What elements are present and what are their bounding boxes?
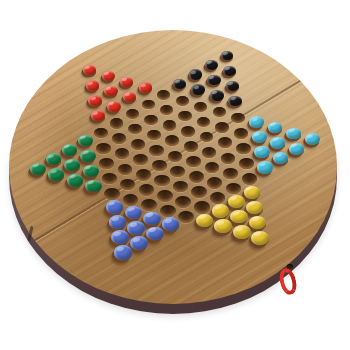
hole[interactable] — [210, 192, 226, 204]
hole[interactable] — [160, 205, 176, 217]
peg-glint-icon — [64, 145, 70, 150]
peg-red[interactable] — [139, 82, 153, 92]
hole[interactable] — [154, 175, 169, 187]
hole[interactable] — [170, 166, 185, 177]
peg-glint-icon — [236, 226, 244, 231]
peg-glint-icon — [109, 201, 116, 206]
peg-green[interactable] — [48, 168, 64, 180]
hole[interactable] — [207, 177, 222, 189]
peg-glint-icon — [233, 211, 240, 216]
cord-ring-icon — [277, 266, 299, 296]
hole[interactable] — [168, 151, 183, 162]
peg-red[interactable] — [107, 101, 121, 112]
peg-cyan[interactable] — [249, 116, 264, 127]
peg-yellow[interactable] — [212, 204, 229, 217]
hole[interactable] — [176, 96, 189, 106]
hole[interactable] — [239, 158, 254, 169]
peg-cyan[interactable] — [289, 143, 304, 155]
hole[interactable] — [139, 184, 154, 196]
peg-glint-icon — [209, 76, 215, 80]
hole[interactable] — [157, 90, 170, 100]
hole[interactable] — [142, 100, 155, 110]
hole[interactable] — [178, 211, 194, 223]
hole[interactable] — [165, 135, 179, 146]
hole[interactable] — [175, 196, 191, 208]
hole[interactable] — [102, 173, 117, 184]
hole[interactable] — [226, 183, 241, 195]
peg-glint-icon — [32, 163, 39, 168]
peg-black[interactable] — [207, 75, 220, 85]
peg-glint-icon — [111, 216, 118, 221]
peg-glint-icon — [93, 111, 99, 115]
peg-glint-icon — [164, 218, 171, 223]
hole[interactable] — [163, 120, 177, 130]
hole[interactable] — [133, 154, 148, 165]
peg-yellow[interactable] — [251, 231, 269, 245]
peg-yellow[interactable] — [246, 201, 263, 214]
chinese-checkers-scene — [0, 0, 350, 350]
peg-glint-icon — [230, 96, 236, 100]
peg-glint-icon — [117, 246, 125, 252]
peg-green[interactable] — [30, 163, 46, 175]
peg-glint-icon — [228, 81, 234, 85]
peg-black[interactable] — [210, 90, 224, 101]
peg-blue[interactable] — [127, 221, 145, 235]
peg-glint-icon — [257, 147, 264, 152]
peg-glint-icon — [85, 165, 92, 170]
hole[interactable] — [110, 118, 124, 128]
hole[interactable] — [136, 169, 151, 180]
peg-glint-icon — [51, 169, 58, 174]
peg-green[interactable] — [83, 165, 99, 177]
peg-glint-icon — [90, 96, 96, 100]
peg-glint-icon — [104, 71, 110, 75]
peg-glint-icon — [114, 231, 122, 237]
peg-glint-icon — [222, 51, 227, 55]
peg-glint-icon — [48, 154, 55, 159]
peg-glint-icon — [82, 150, 89, 155]
hole[interactable] — [104, 188, 120, 200]
peg-blue[interactable] — [130, 236, 148, 250]
hole[interactable] — [194, 201, 210, 213]
peg-glint-icon — [288, 128, 294, 133]
peg-glint-icon — [273, 138, 279, 143]
peg-glint-icon — [109, 101, 115, 105]
hole[interactable] — [112, 133, 126, 144]
hole[interactable] — [123, 194, 139, 206]
peg-glint-icon — [270, 123, 276, 128]
hole[interactable] — [152, 160, 167, 171]
hole[interactable] — [99, 158, 114, 169]
hole[interactable] — [144, 115, 157, 125]
hole[interactable] — [96, 143, 110, 154]
hole[interactable] — [173, 181, 188, 193]
hole[interactable] — [223, 168, 238, 179]
hole[interactable] — [118, 164, 133, 175]
peg-glint-icon — [225, 66, 231, 70]
peg-blue[interactable] — [162, 217, 180, 231]
peg-glint-icon — [212, 91, 218, 95]
peg-glint-icon — [80, 135, 86, 140]
peg-glint-icon — [148, 227, 156, 233]
hole[interactable] — [126, 109, 139, 119]
peg-black[interactable] — [189, 69, 202, 79]
hole[interactable] — [221, 153, 236, 164]
peg-yellow[interactable] — [214, 219, 232, 233]
hole[interactable] — [147, 130, 161, 141]
peg-glint-icon — [175, 79, 181, 83]
peg-green[interactable] — [62, 144, 77, 156]
hole[interactable] — [197, 117, 211, 127]
peg-glint-icon — [85, 66, 90, 70]
peg-glint-icon — [125, 92, 131, 96]
hole[interactable] — [215, 122, 229, 132]
hole[interactable] — [94, 128, 108, 139]
peg-glint-icon — [127, 207, 134, 212]
hole[interactable] — [181, 126, 195, 136]
peg-green[interactable] — [85, 180, 101, 193]
peg-glint-icon — [141, 83, 147, 87]
peg-glint-icon — [275, 153, 282, 158]
cord-loop[interactable] — [276, 260, 316, 304]
peg-glint-icon — [254, 231, 262, 237]
peg-blue[interactable] — [114, 245, 132, 259]
peg-glint-icon — [67, 160, 74, 165]
peg-glint-icon — [122, 77, 128, 81]
peg-green[interactable] — [80, 150, 96, 162]
hole[interactable] — [205, 162, 220, 173]
peg-glint-icon — [254, 132, 260, 137]
peg-blue[interactable] — [109, 215, 127, 229]
hole[interactable] — [242, 173, 257, 184]
peg-blue[interactable] — [106, 200, 123, 213]
hole[interactable] — [200, 132, 214, 143]
peg-black[interactable] — [223, 66, 236, 76]
peg-blue[interactable] — [146, 227, 164, 241]
peg-red[interactable] — [102, 71, 115, 81]
peg-cyan[interactable] — [305, 133, 320, 145]
peg-glint-icon — [291, 143, 297, 148]
peg-green[interactable] — [78, 135, 93, 147]
peg-glint-icon — [251, 216, 258, 221]
hole[interactable] — [191, 186, 207, 198]
peg-glint-icon — [217, 220, 224, 225]
hole[interactable] — [184, 141, 198, 152]
peg-glint-icon — [130, 222, 137, 227]
peg-glint-icon — [146, 212, 153, 217]
peg-green[interactable] — [67, 174, 83, 187]
hole[interactable] — [231, 113, 244, 123]
hole[interactable] — [186, 156, 201, 167]
hole[interactable] — [194, 102, 207, 112]
hole[interactable] — [160, 105, 173, 115]
hole[interactable] — [157, 190, 173, 202]
peg-glint-icon — [249, 201, 256, 206]
hole[interactable] — [202, 147, 216, 158]
hole[interactable] — [131, 139, 145, 150]
peg-red[interactable] — [86, 80, 99, 90]
peg-glint-icon — [230, 196, 237, 201]
peg-glint-icon — [259, 162, 266, 167]
peg-glint-icon — [132, 237, 140, 243]
hole[interactable] — [115, 148, 129, 159]
peg-glint-icon — [199, 214, 206, 219]
peg-yellow[interactable] — [228, 195, 245, 208]
peg-blue[interactable] — [143, 212, 160, 225]
peg-glint-icon — [214, 205, 221, 210]
hole[interactable] — [236, 143, 250, 154]
peg-glint-icon — [88, 180, 95, 185]
peg-glint-icon — [251, 117, 257, 121]
peg-yellow[interactable] — [244, 186, 261, 199]
peg-glint-icon — [88, 81, 94, 85]
peg-black[interactable] — [191, 84, 205, 95]
peg-glint-icon — [191, 70, 197, 74]
hole[interactable] — [178, 111, 191, 121]
peg-glint-icon — [69, 175, 76, 180]
peg-cyan[interactable] — [257, 161, 273, 173]
peg-cyan[interactable] — [252, 131, 267, 143]
peg-yellow[interactable] — [233, 225, 251, 239]
hole[interactable] — [218, 137, 232, 148]
peg-glint-icon — [207, 61, 212, 65]
peg-glint-icon — [307, 134, 313, 139]
hole[interactable] — [189, 171, 204, 182]
peg-black[interactable] — [205, 60, 218, 70]
hole[interactable] — [234, 128, 248, 139]
peg-glint-icon — [246, 186, 253, 191]
hole[interactable] — [213, 107, 226, 117]
hole[interactable] — [149, 145, 163, 156]
hole[interactable] — [128, 124, 142, 134]
hole[interactable] — [141, 199, 157, 211]
hole[interactable] — [120, 179, 135, 191]
peg-glint-icon — [106, 86, 112, 90]
peg-glint-icon — [193, 85, 199, 89]
